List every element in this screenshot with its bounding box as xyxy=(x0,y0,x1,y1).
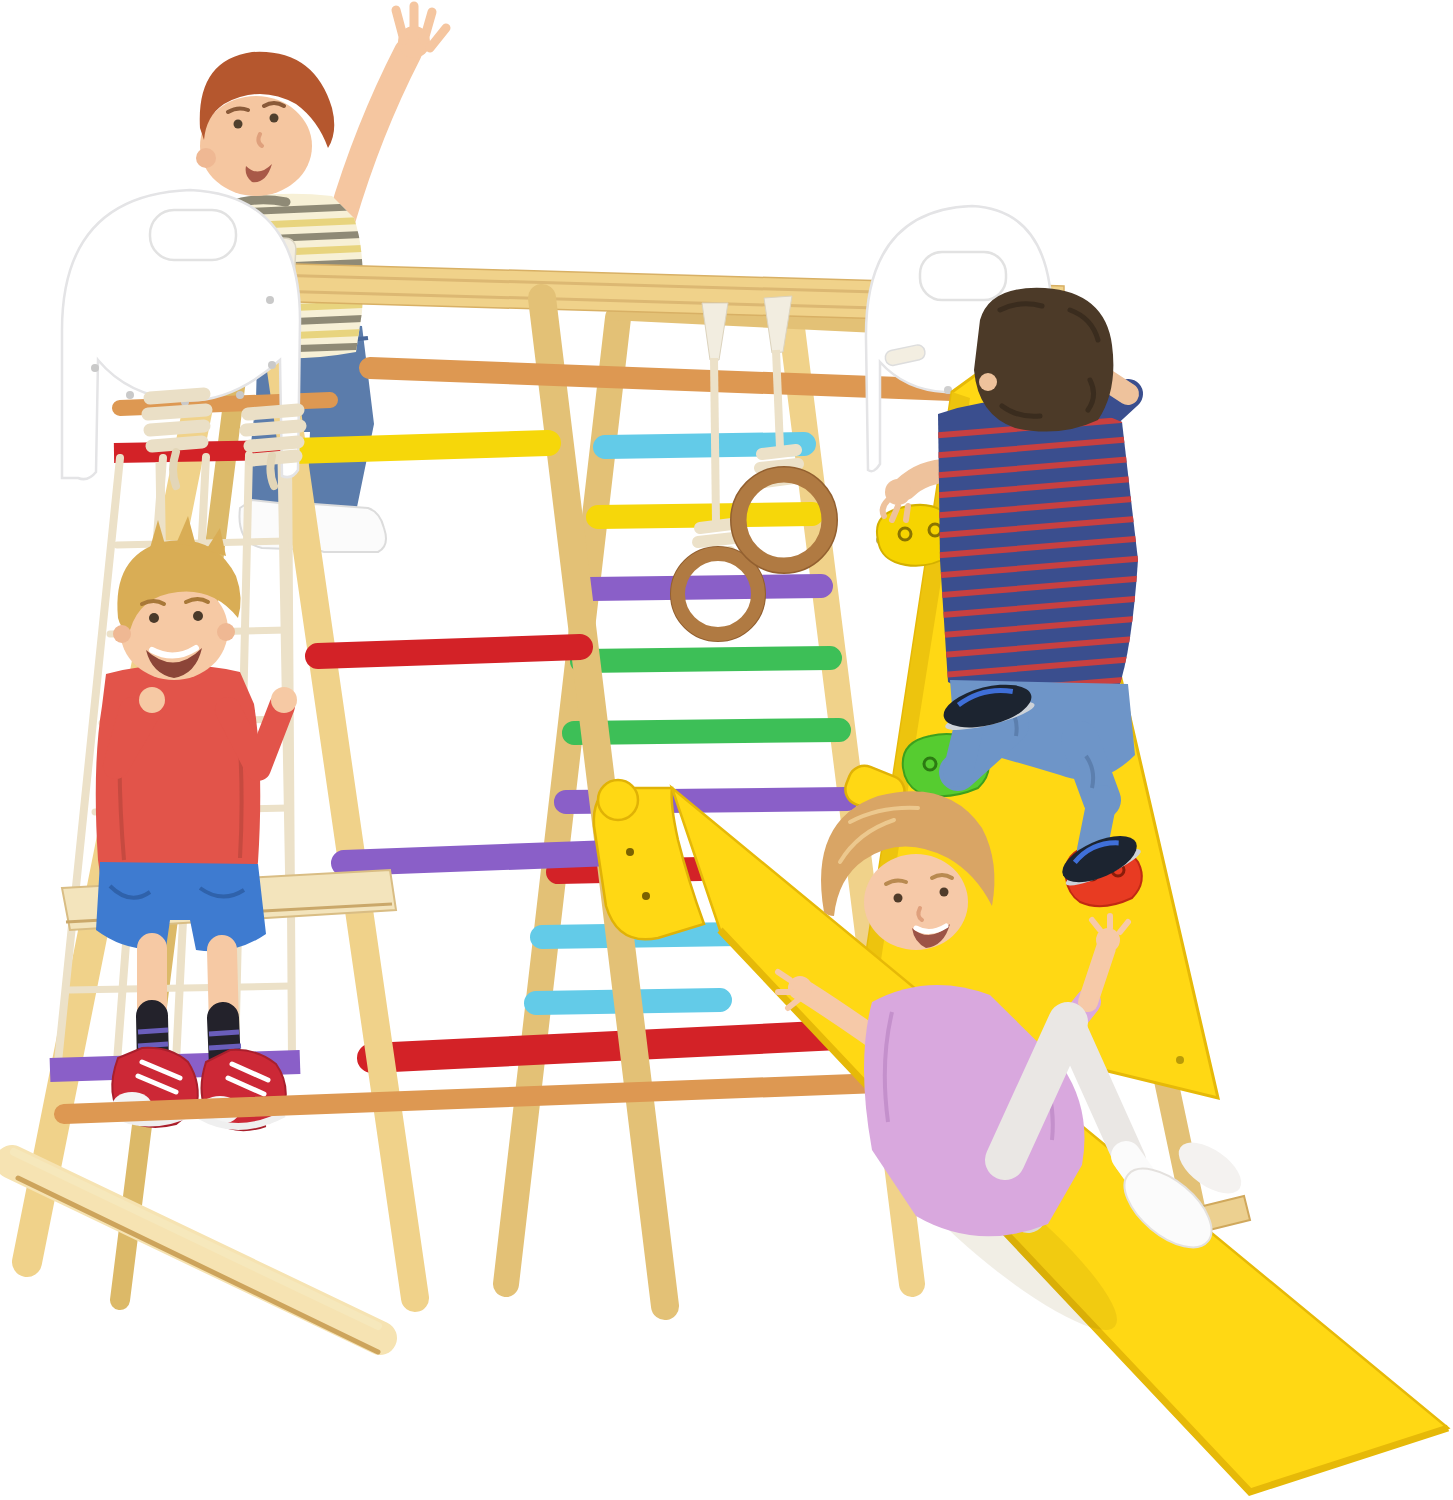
screw xyxy=(268,361,276,369)
wallboy-ear xyxy=(979,373,997,391)
climber-illustration xyxy=(0,0,1453,1500)
screw xyxy=(1176,1056,1184,1064)
rung-red-front xyxy=(318,647,580,656)
girl-eye-right xyxy=(940,888,949,897)
swingboy-ear-right xyxy=(217,623,235,641)
ring-rope-left xyxy=(714,358,716,522)
swingboy-hand-right xyxy=(271,687,297,713)
screw xyxy=(126,391,134,399)
toddler-raised-arm xyxy=(342,52,408,218)
screw xyxy=(91,364,99,372)
base-runner-left xyxy=(12,1162,380,1338)
product-photo: Indoor wooden 8-in-1 toddler jungle gym … xyxy=(0,0,1453,1500)
toddler-eye-right xyxy=(270,114,279,123)
screw xyxy=(236,391,244,399)
girl-eye-left xyxy=(894,894,903,903)
bracket-screw xyxy=(642,892,650,900)
arch-handle-cutout-left xyxy=(150,210,236,260)
rung-purple-front xyxy=(344,853,612,863)
swingboy-hand-left xyxy=(139,687,165,713)
swingboy-eye-right xyxy=(193,611,203,621)
rung-green-2 xyxy=(574,730,839,733)
swingboy-ear-left xyxy=(113,625,131,643)
toddler-fingers xyxy=(396,6,446,48)
bracket-screw xyxy=(626,848,634,856)
screw xyxy=(266,296,274,304)
rung-yellow-front xyxy=(294,443,548,451)
toddler-eye-left xyxy=(234,120,243,129)
rung-green-1 xyxy=(582,658,830,661)
arch-handle-cutout-right xyxy=(920,252,1006,300)
swingboy-eye-left xyxy=(149,613,159,623)
base-runner-shadow xyxy=(18,1178,378,1352)
base-runner-highlight xyxy=(14,1152,378,1326)
wallboy-hair xyxy=(974,288,1113,432)
rung-purple-back xyxy=(590,586,821,589)
ring-rope-right xyxy=(776,350,780,448)
toddler-ear xyxy=(196,148,216,168)
ring-strap-left xyxy=(702,303,728,360)
rung-yellow-back xyxy=(598,514,812,517)
slide-bracket-bump xyxy=(598,780,638,820)
